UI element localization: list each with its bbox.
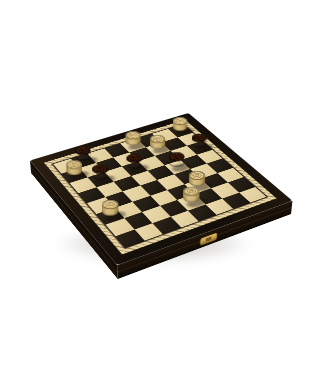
checker-piece-light[interactable] [189,171,205,186]
checkers-board [30,113,293,265]
board-top [30,113,293,265]
checker-piece-light[interactable] [125,131,140,145]
checker-top [173,117,188,125]
checker-top [92,164,108,173]
clasp-keeper [206,236,212,241]
checker-piece-light[interactable] [173,117,188,131]
checker-piece-light[interactable] [150,135,165,149]
checker-piece-dark[interactable] [192,133,207,147]
perspective-wrapper [0,0,314,369]
checker-piece-dark[interactable] [75,146,91,161]
checker-piece-light[interactable] [183,187,200,203]
checker-top [192,133,207,142]
brass-clasp-icon [200,233,217,246]
checker-piece-light[interactable] [66,161,82,176]
checker-top [126,154,142,163]
checker-top [183,187,200,196]
checker-piece-light[interactable] [102,200,119,216]
scene [0,0,314,369]
checker-piece-dark[interactable] [169,152,185,167]
checker-top [125,131,140,140]
pieces-layer [30,113,293,265]
checker-top [75,146,91,155]
checker-piece-dark[interactable] [92,164,108,179]
checker-piece-dark[interactable] [126,154,142,169]
